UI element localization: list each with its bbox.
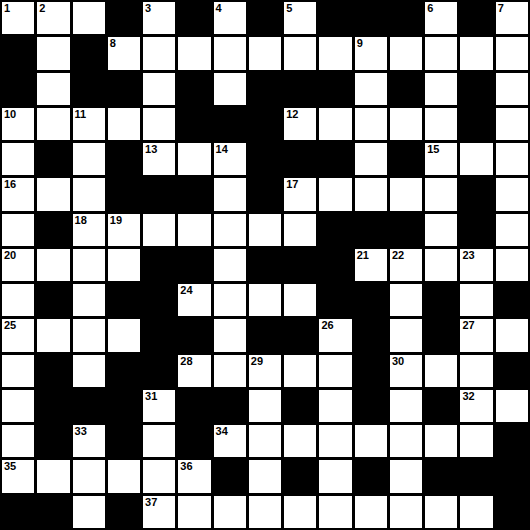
clue-number: 20 — [4, 249, 16, 262]
cell-r2c10[interactable] — [355, 73, 387, 105]
cell-r9c3[interactable] — [108, 319, 140, 351]
cell-r5c1[interactable] — [37, 178, 69, 210]
block-cell-r5c7 — [249, 178, 281, 210]
block-cell-r8c9 — [319, 284, 351, 316]
cell-r10c13[interactable] — [460, 355, 492, 387]
cell-r5c14[interactable] — [496, 178, 528, 210]
cell-r10c2[interactable] — [73, 355, 105, 387]
block-cell-r13c8 — [284, 460, 316, 492]
cell-r6c14[interactable] — [496, 214, 528, 246]
clue-number: 16 — [4, 178, 16, 191]
block-cell-r11c10 — [355, 390, 387, 422]
block-cell-r0c9 — [319, 2, 351, 34]
block-cell-r1c2 — [73, 37, 105, 69]
clue-number: 12 — [286, 108, 298, 121]
cell-r13c5[interactable]: 36 — [178, 460, 210, 492]
cell-r7c11[interactable]: 22 — [390, 249, 422, 281]
clue-number: 35 — [4, 460, 16, 473]
cell-r4c0[interactable] — [2, 143, 34, 175]
block-cell-r6c13 — [460, 214, 492, 246]
cell-r7c1[interactable] — [37, 249, 69, 281]
cell-r5c0[interactable]: 16 — [2, 178, 34, 210]
cell-r11c14[interactable] — [496, 390, 528, 422]
cell-r9c6[interactable] — [214, 319, 246, 351]
cell-r1c7[interactable] — [249, 37, 281, 69]
cell-r7c10[interactable]: 21 — [355, 249, 387, 281]
clue-number: 17 — [286, 178, 298, 191]
block-cell-r4c7 — [249, 143, 281, 175]
cell-r10c8[interactable] — [284, 355, 316, 387]
cell-r7c2[interactable] — [73, 249, 105, 281]
cell-r3c4[interactable] — [143, 108, 175, 140]
block-cell-r11c8 — [284, 390, 316, 422]
cell-r3c3[interactable] — [108, 108, 140, 140]
block-cell-r10c14 — [496, 355, 528, 387]
cell-r1c11[interactable] — [390, 37, 422, 69]
cell-r10c5[interactable]: 28 — [178, 355, 210, 387]
clue-number: 6 — [427, 2, 433, 15]
clue-number: 27 — [462, 319, 474, 332]
clue-number: 19 — [110, 214, 122, 227]
clue-number: 26 — [321, 319, 333, 332]
cell-r9c1[interactable] — [37, 319, 69, 351]
block-cell-r11c2 — [73, 390, 105, 422]
cell-r3c9[interactable] — [319, 108, 351, 140]
block-cell-r2c0 — [2, 73, 34, 105]
block-cell-r10c1 — [37, 355, 69, 387]
clue-number: 8 — [110, 37, 116, 50]
block-cell-r11c1 — [37, 390, 69, 422]
block-cell-r8c1 — [37, 284, 69, 316]
clue-number: 7 — [498, 2, 504, 15]
cell-r11c0[interactable] — [2, 390, 34, 422]
block-cell-r4c3 — [108, 143, 140, 175]
cell-r14c2[interactable] — [73, 496, 105, 528]
cell-r11c9[interactable] — [319, 390, 351, 422]
block-cell-r5c5 — [178, 178, 210, 210]
block-cell-r0c10 — [355, 2, 387, 34]
cell-r8c11[interactable] — [390, 284, 422, 316]
block-cell-r0c11 — [390, 2, 422, 34]
cell-r12c9[interactable] — [319, 425, 351, 457]
clue-number: 9 — [357, 37, 363, 50]
clue-number: 30 — [392, 355, 404, 368]
cell-r5c6[interactable] — [214, 178, 246, 210]
clue-number: 23 — [462, 249, 474, 262]
block-cell-r7c5 — [178, 249, 210, 281]
cell-r8c0[interactable] — [2, 284, 34, 316]
block-cell-r12c14 — [496, 425, 528, 457]
cell-r12c10[interactable] — [355, 425, 387, 457]
block-cell-r2c3 — [108, 73, 140, 105]
clue-number: 15 — [427, 143, 439, 156]
cell-r1c1[interactable] — [37, 37, 69, 69]
cell-r12c11[interactable] — [390, 425, 422, 457]
clue-number: 28 — [180, 355, 192, 368]
cell-r9c9[interactable]: 26 — [319, 319, 351, 351]
cell-r1c10[interactable]: 9 — [355, 37, 387, 69]
cell-r13c11[interactable] — [390, 460, 422, 492]
cell-r4c13[interactable] — [460, 143, 492, 175]
cell-r2c1[interactable] — [37, 73, 69, 105]
clue-number: 10 — [4, 108, 16, 121]
cell-r7c0[interactable]: 20 — [2, 249, 34, 281]
cell-r0c12[interactable]: 6 — [425, 2, 457, 34]
cell-r7c13[interactable]: 23 — [460, 249, 492, 281]
block-cell-r7c9 — [319, 249, 351, 281]
cell-r10c7[interactable]: 29 — [249, 355, 281, 387]
cell-r1c3[interactable]: 8 — [108, 37, 140, 69]
cell-r12c4[interactable] — [143, 425, 175, 457]
cell-r7c12[interactable] — [425, 249, 457, 281]
cell-r3c8[interactable]: 12 — [284, 108, 316, 140]
block-cell-r9c8 — [284, 319, 316, 351]
cell-r10c11[interactable]: 30 — [390, 355, 422, 387]
clue-number: 1 — [4, 2, 10, 15]
block-cell-r5c4 — [143, 178, 175, 210]
cell-r12c0[interactable] — [2, 425, 34, 457]
cell-r2c6[interactable] — [214, 73, 246, 105]
block-cell-r14c3 — [108, 496, 140, 528]
cell-r6c3[interactable]: 19 — [108, 214, 140, 246]
cell-r3c0[interactable]: 10 — [2, 108, 34, 140]
cell-r5c10[interactable] — [355, 178, 387, 210]
block-cell-r11c6 — [214, 390, 246, 422]
cell-r13c7[interactable] — [249, 460, 281, 492]
cell-r14c11[interactable] — [390, 496, 422, 528]
cell-r13c2[interactable] — [73, 460, 105, 492]
cell-r7c14[interactable] — [496, 249, 528, 281]
block-cell-r3c7 — [249, 108, 281, 140]
block-cell-r11c12 — [425, 390, 457, 422]
clue-number: 25 — [4, 319, 16, 332]
block-cell-r10c10 — [355, 355, 387, 387]
clue-number: 14 — [216, 143, 228, 156]
cell-r14c8[interactable] — [284, 496, 316, 528]
clue-number: 4 — [216, 2, 222, 15]
clue-number: 13 — [145, 143, 157, 156]
block-cell-r4c11 — [390, 143, 422, 175]
cell-r5c9[interactable] — [319, 178, 351, 210]
cell-r8c2[interactable] — [73, 284, 105, 316]
cell-r12c12[interactable] — [425, 425, 457, 457]
block-cell-r3c6 — [214, 108, 246, 140]
cell-r12c8[interactable] — [284, 425, 316, 457]
block-cell-r14c1 — [37, 496, 69, 528]
cell-r6c6[interactable] — [214, 214, 246, 246]
block-cell-r9c12 — [425, 319, 457, 351]
cell-r4c12[interactable]: 15 — [425, 143, 457, 175]
cell-r3c12[interactable] — [425, 108, 457, 140]
block-cell-r4c8 — [284, 143, 316, 175]
cell-r13c3[interactable] — [108, 460, 140, 492]
cell-r14c9[interactable] — [319, 496, 351, 528]
cell-r8c13[interactable] — [460, 284, 492, 316]
block-cell-r5c13 — [460, 178, 492, 210]
cell-r6c8[interactable] — [284, 214, 316, 246]
block-cell-r8c10 — [355, 284, 387, 316]
cell-r10c6[interactable] — [214, 355, 246, 387]
block-cell-r11c5 — [178, 390, 210, 422]
block-cell-r0c3 — [108, 2, 140, 34]
clue-number: 2 — [39, 2, 45, 15]
block-cell-r2c9 — [319, 73, 351, 105]
clue-number: 3 — [145, 2, 151, 15]
cell-r2c14[interactable] — [496, 73, 528, 105]
cell-r14c13[interactable] — [460, 496, 492, 528]
block-cell-r6c10 — [355, 214, 387, 246]
cell-r5c12[interactable] — [425, 178, 457, 210]
block-cell-r0c7 — [249, 2, 281, 34]
block-cell-r3c13 — [460, 108, 492, 140]
cell-r9c11[interactable] — [390, 319, 422, 351]
cell-r4c14[interactable] — [496, 143, 528, 175]
clue-number: 37 — [145, 496, 157, 509]
cell-r1c6[interactable] — [214, 37, 246, 69]
cell-r6c4[interactable] — [143, 214, 175, 246]
cell-r11c13[interactable]: 32 — [460, 390, 492, 422]
cell-r14c10[interactable] — [355, 496, 387, 528]
cell-r12c7[interactable] — [249, 425, 281, 457]
cell-r3c2[interactable]: 11 — [73, 108, 105, 140]
block-cell-r14c14 — [496, 496, 528, 528]
cell-r6c7[interactable] — [249, 214, 281, 246]
cell-r1c9[interactable] — [319, 37, 351, 69]
block-cell-r9c5 — [178, 319, 210, 351]
block-cell-r12c1 — [37, 425, 69, 457]
block-cell-r8c4 — [143, 284, 175, 316]
cell-r14c7[interactable] — [249, 496, 281, 528]
clue-number: 34 — [216, 425, 228, 438]
cell-r4c4[interactable]: 13 — [143, 143, 175, 175]
clue-number: 5 — [286, 2, 292, 15]
cell-r0c4[interactable]: 3 — [143, 2, 175, 34]
cell-r3c11[interactable] — [390, 108, 422, 140]
cell-r0c6[interactable]: 4 — [214, 2, 246, 34]
block-cell-r13c14 — [496, 460, 528, 492]
block-cell-r2c2 — [73, 73, 105, 105]
cell-r8c6[interactable] — [214, 284, 246, 316]
cell-r9c0[interactable]: 25 — [2, 319, 34, 351]
block-cell-r2c13 — [460, 73, 492, 105]
cell-r5c11[interactable] — [390, 178, 422, 210]
cell-r12c2[interactable]: 33 — [73, 425, 105, 457]
clue-number: 31 — [145, 390, 157, 403]
block-cell-r10c4 — [143, 355, 175, 387]
block-cell-r12c5 — [178, 425, 210, 457]
block-cell-r2c7 — [249, 73, 281, 105]
block-cell-r1c0 — [2, 37, 34, 69]
cell-r7c6[interactable] — [214, 249, 246, 281]
block-cell-r13c6 — [214, 460, 246, 492]
block-cell-r7c4 — [143, 249, 175, 281]
cell-r12c6[interactable]: 34 — [214, 425, 246, 457]
clue-number: 36 — [180, 460, 192, 473]
block-cell-r13c13 — [460, 460, 492, 492]
block-cell-r7c8 — [284, 249, 316, 281]
block-cell-r2c8 — [284, 73, 316, 105]
cell-r7c3[interactable] — [108, 249, 140, 281]
block-cell-r6c11 — [390, 214, 422, 246]
cell-r1c13[interactable] — [460, 37, 492, 69]
cell-r2c4[interactable] — [143, 73, 175, 105]
clue-number: 18 — [75, 214, 87, 227]
clue-number: 32 — [462, 390, 474, 403]
block-cell-r3c5 — [178, 108, 210, 140]
cell-r0c1[interactable]: 2 — [37, 2, 69, 34]
clue-number: 11 — [75, 108, 87, 121]
block-cell-r0c13 — [460, 2, 492, 34]
cell-r6c2[interactable]: 18 — [73, 214, 105, 246]
cell-r12c13[interactable] — [460, 425, 492, 457]
cell-r13c4[interactable] — [143, 460, 175, 492]
block-cell-r9c10 — [355, 319, 387, 351]
cell-r11c7[interactable] — [249, 390, 281, 422]
block-cell-r14c0 — [2, 496, 34, 528]
cell-r1c8[interactable] — [284, 37, 316, 69]
block-cell-r11c3 — [108, 390, 140, 422]
cell-r10c0[interactable] — [2, 355, 34, 387]
cell-r10c9[interactable] — [319, 355, 351, 387]
cell-r4c10[interactable] — [355, 143, 387, 175]
cell-r6c12[interactable] — [425, 214, 457, 246]
cell-r3c14[interactable] — [496, 108, 528, 140]
block-cell-r13c10 — [355, 460, 387, 492]
cell-r8c8[interactable] — [284, 284, 316, 316]
block-cell-r13c12 — [425, 460, 457, 492]
block-cell-r8c12 — [425, 284, 457, 316]
block-cell-r0c5 — [178, 2, 210, 34]
block-cell-r8c3 — [108, 284, 140, 316]
cell-r10c12[interactable] — [425, 355, 457, 387]
cell-r1c12[interactable] — [425, 37, 457, 69]
cell-r3c10[interactable] — [355, 108, 387, 140]
block-cell-r2c5 — [178, 73, 210, 105]
cell-r1c4[interactable] — [143, 37, 175, 69]
block-cell-r7c7 — [249, 249, 281, 281]
cell-r1c5[interactable] — [178, 37, 210, 69]
cell-r9c13[interactable]: 27 — [460, 319, 492, 351]
cell-r13c0[interactable]: 35 — [2, 460, 34, 492]
cell-r13c9[interactable] — [319, 460, 351, 492]
cell-r0c2[interactable] — [73, 2, 105, 34]
cell-r14c5[interactable] — [178, 496, 210, 528]
cell-r14c4[interactable]: 37 — [143, 496, 175, 528]
cell-r9c2[interactable] — [73, 319, 105, 351]
cell-r3c1[interactable] — [37, 108, 69, 140]
block-cell-r12c3 — [108, 425, 140, 457]
clue-number: 33 — [75, 425, 87, 438]
cell-r6c5[interactable] — [178, 214, 210, 246]
crossword-board: 1234567891011121314151617181920212223242… — [0, 0, 530, 530]
cell-r0c14[interactable]: 7 — [496, 2, 528, 34]
clue-number: 24 — [180, 284, 192, 297]
cell-r5c8[interactable]: 17 — [284, 178, 316, 210]
cell-r4c2[interactable] — [73, 143, 105, 175]
cell-r5c2[interactable] — [73, 178, 105, 210]
cell-r8c7[interactable] — [249, 284, 281, 316]
cell-r6c0[interactable] — [2, 214, 34, 246]
cell-r14c6[interactable] — [214, 496, 246, 528]
cell-r9c14[interactable] — [496, 319, 528, 351]
cell-r14c12[interactable] — [425, 496, 457, 528]
block-cell-r6c1 — [37, 214, 69, 246]
clue-number: 29 — [251, 355, 263, 368]
block-cell-r8c14 — [496, 284, 528, 316]
cell-r0c8[interactable]: 5 — [284, 2, 316, 34]
block-cell-r4c1 — [37, 143, 69, 175]
cell-r4c6[interactable]: 14 — [214, 143, 246, 175]
cell-r11c11[interactable] — [390, 390, 422, 422]
block-cell-r2c11 — [390, 73, 422, 105]
cell-r0c0[interactable]: 1 — [2, 2, 34, 34]
block-cell-r10c3 — [108, 355, 140, 387]
cell-r13c1[interactable] — [37, 460, 69, 492]
clue-number: 22 — [392, 249, 404, 262]
block-cell-r4c9 — [319, 143, 351, 175]
cell-r11c4[interactable]: 31 — [143, 390, 175, 422]
cell-r8c5[interactable]: 24 — [178, 284, 210, 316]
cell-r1c14[interactable] — [496, 37, 528, 69]
clue-number: 21 — [357, 249, 369, 262]
block-cell-r9c7 — [249, 319, 281, 351]
block-cell-r5c3 — [108, 178, 140, 210]
cell-r2c12[interactable] — [425, 73, 457, 105]
block-cell-r6c9 — [319, 214, 351, 246]
cell-r4c5[interactable] — [178, 143, 210, 175]
block-cell-r9c4 — [143, 319, 175, 351]
